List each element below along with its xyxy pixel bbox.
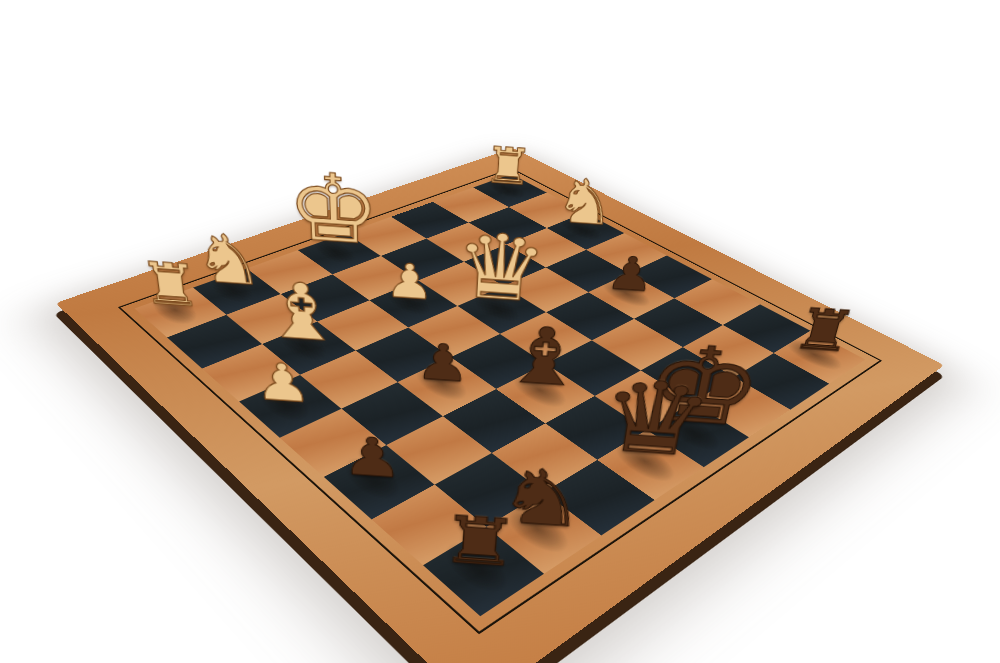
square-h6[interactable]: [674, 279, 759, 325]
black-bishop-icon: ♝: [499, 314, 592, 397]
black-rook-icon: ♜: [787, 301, 862, 361]
board-face: ♜♞♜♟♛♚♚♟♝♛♟♞♝♞♜♟♟♜: [56, 148, 945, 663]
white-rook-icon: ♜: [483, 140, 535, 193]
white-pawn-icon: ♟: [385, 256, 435, 306]
white-knight-icon: ♞: [190, 223, 265, 295]
white-bishop-icon: ♝: [258, 270, 344, 352]
photo-scene: ♜♞♜♟♛♚♚♟♝♛♟♞♝♞♜♟♟♜: [0, 0, 1000, 663]
black-pawn-icon: ♟: [341, 429, 404, 486]
black-pawn-icon: ♟: [604, 250, 658, 299]
black-rook-icon: ♜: [439, 506, 523, 576]
white-pawn-icon: ♟: [252, 355, 312, 410]
white-king-icon: ♚: [284, 158, 380, 258]
black-queen-icon: ♛: [592, 364, 721, 470]
white-rook-icon: ♜: [137, 254, 205, 316]
white-knight-icon: ♞: [552, 169, 620, 234]
board-3d-plane: ♜♞♜♟♛♚♚♟♝♛♟♞♝♞♜♟♟♜: [56, 148, 945, 663]
black-pawn-icon: ♟: [415, 336, 472, 390]
white-queen-icon: ♛: [452, 219, 551, 315]
